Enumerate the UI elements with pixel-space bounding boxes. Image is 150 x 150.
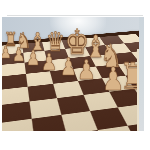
photo-top-border bbox=[7, 15, 143, 16]
piece-white-pawn-g2: ♟ bbox=[102, 63, 124, 95]
background-right-gap bbox=[139, 17, 144, 131]
piece-white-pawn-d2: ♟ bbox=[41, 51, 57, 74]
piece-white-pawn-f2: ♟ bbox=[77, 57, 96, 84]
piece-white-pawn-e2: ♟ bbox=[60, 55, 77, 79]
chess-set-photo: ♜♞♝♛♚♝♟♟♟♞♟♟♟♟♜♟ bbox=[2, 17, 144, 131]
piece-white-pawn-a2: ♟ bbox=[2, 44, 12, 61]
piece-white-pawn-b2: ♟ bbox=[12, 46, 25, 65]
board-side-edge-highlight bbox=[137, 49, 139, 131]
piece-white-pawn-c2: ♟ bbox=[26, 48, 40, 68]
pieces-layer: ♜♞♝♛♚♝♟♟♟♞♟♟♟♟♜♟ bbox=[2, 17, 144, 131]
